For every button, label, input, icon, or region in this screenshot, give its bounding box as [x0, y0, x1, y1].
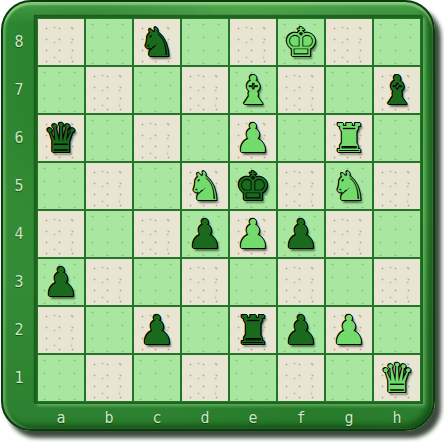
square-g6[interactable]: ♜: [325, 114, 373, 162]
square-g2[interactable]: ♟: [325, 306, 373, 354]
square-h1[interactable]: ♛: [373, 354, 421, 402]
square-c5[interactable]: [133, 162, 181, 210]
rank-label-2: 2: [4, 306, 34, 354]
square-g1[interactable]: [325, 354, 373, 402]
piece-white-knight[interactable]: ♞: [187, 166, 223, 206]
piece-white-bishop[interactable]: ♝: [235, 70, 271, 110]
square-h7[interactable]: ♝: [373, 66, 421, 114]
square-d7[interactable]: [181, 66, 229, 114]
square-b3[interactable]: [85, 258, 133, 306]
file-label-h: h: [373, 406, 421, 430]
piece-white-pawn[interactable]: ♟: [235, 118, 271, 158]
square-f3[interactable]: [277, 258, 325, 306]
square-e8[interactable]: [229, 18, 277, 66]
board-frame: ♞♚♝♝♛♟♜♞♚♞♟♟♟♟♟♜♟♟♛ 87654321abcdefgh: [1, 0, 435, 431]
square-a8[interactable]: [37, 18, 85, 66]
rank-label-6: 6: [4, 114, 34, 162]
piece-white-pawn[interactable]: ♟: [235, 214, 271, 254]
piece-black-pawn[interactable]: ♟: [139, 310, 175, 350]
file-label-a: a: [37, 406, 85, 430]
square-e4[interactable]: ♟: [229, 210, 277, 258]
square-a7[interactable]: [37, 66, 85, 114]
square-b2[interactable]: [85, 306, 133, 354]
square-a5[interactable]: [37, 162, 85, 210]
square-c8[interactable]: ♞: [133, 18, 181, 66]
square-c2[interactable]: ♟: [133, 306, 181, 354]
square-g3[interactable]: [325, 258, 373, 306]
square-b8[interactable]: [85, 18, 133, 66]
file-label-e: e: [229, 406, 277, 430]
square-a4[interactable]: [37, 210, 85, 258]
square-e6[interactable]: ♟: [229, 114, 277, 162]
square-e7[interactable]: ♝: [229, 66, 277, 114]
piece-black-pawn[interactable]: ♟: [187, 214, 223, 254]
square-a6[interactable]: ♛: [37, 114, 85, 162]
square-d3[interactable]: [181, 258, 229, 306]
square-d1[interactable]: [181, 354, 229, 402]
square-h4[interactable]: [373, 210, 421, 258]
square-d5[interactable]: ♞: [181, 162, 229, 210]
square-g4[interactable]: [325, 210, 373, 258]
square-e3[interactable]: [229, 258, 277, 306]
piece-black-queen[interactable]: ♛: [43, 118, 79, 158]
rank-label-1: 1: [4, 354, 34, 402]
chess-board: ♞♚♝♝♛♟♜♞♚♞♟♟♟♟♟♜♟♟♛: [35, 16, 423, 404]
square-d2[interactable]: [181, 306, 229, 354]
square-h6[interactable]: [373, 114, 421, 162]
square-e2[interactable]: ♜: [229, 306, 277, 354]
square-e1[interactable]: [229, 354, 277, 402]
square-f4[interactable]: ♟: [277, 210, 325, 258]
square-f1[interactable]: [277, 354, 325, 402]
square-a3[interactable]: ♟: [37, 258, 85, 306]
piece-black-king[interactable]: ♚: [235, 166, 271, 206]
file-label-g: g: [325, 406, 373, 430]
square-f8[interactable]: ♚: [277, 18, 325, 66]
file-label-c: c: [133, 406, 181, 430]
square-h5[interactable]: [373, 162, 421, 210]
square-d8[interactable]: [181, 18, 229, 66]
square-f5[interactable]: [277, 162, 325, 210]
piece-white-king[interactable]: ♚: [283, 22, 319, 62]
square-c1[interactable]: [133, 354, 181, 402]
square-c4[interactable]: [133, 210, 181, 258]
square-b6[interactable]: [85, 114, 133, 162]
file-label-b: b: [85, 406, 133, 430]
piece-black-rook[interactable]: ♜: [235, 310, 271, 350]
rank-label-4: 4: [4, 210, 34, 258]
square-c3[interactable]: [133, 258, 181, 306]
piece-white-rook[interactable]: ♜: [331, 118, 367, 158]
square-g5[interactable]: ♞: [325, 162, 373, 210]
piece-black-bishop[interactable]: ♝: [379, 70, 415, 110]
square-a2[interactable]: [37, 306, 85, 354]
file-label-f: f: [277, 406, 325, 430]
rank-label-3: 3: [4, 258, 34, 306]
square-h8[interactable]: [373, 18, 421, 66]
piece-black-pawn[interactable]: ♟: [283, 310, 319, 350]
square-b5[interactable]: [85, 162, 133, 210]
square-g8[interactable]: [325, 18, 373, 66]
square-b4[interactable]: [85, 210, 133, 258]
rank-label-8: 8: [4, 18, 34, 66]
square-a1[interactable]: [37, 354, 85, 402]
square-f2[interactable]: ♟: [277, 306, 325, 354]
piece-black-pawn[interactable]: ♟: [283, 214, 319, 254]
file-label-d: d: [181, 406, 229, 430]
square-f6[interactable]: [277, 114, 325, 162]
square-h3[interactable]: [373, 258, 421, 306]
rank-label-5: 5: [4, 162, 34, 210]
piece-black-pawn[interactable]: ♟: [43, 262, 79, 302]
rank-label-7: 7: [4, 66, 34, 114]
square-c7[interactable]: [133, 66, 181, 114]
square-e5[interactable]: ♚: [229, 162, 277, 210]
piece-white-knight[interactable]: ♞: [331, 166, 367, 206]
square-b1[interactable]: [85, 354, 133, 402]
piece-white-pawn[interactable]: ♟: [331, 310, 367, 350]
square-g7[interactable]: [325, 66, 373, 114]
square-d4[interactable]: ♟: [181, 210, 229, 258]
square-b7[interactable]: [85, 66, 133, 114]
square-f7[interactable]: [277, 66, 325, 114]
piece-white-queen[interactable]: ♛: [379, 358, 415, 398]
square-c6[interactable]: [133, 114, 181, 162]
piece-black-knight[interactable]: ♞: [139, 22, 175, 62]
square-d6[interactable]: [181, 114, 229, 162]
square-h2[interactable]: [373, 306, 421, 354]
